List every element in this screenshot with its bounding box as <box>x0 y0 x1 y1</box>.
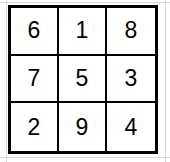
spreadsheet-gridline-horizontal-top <box>0 2 170 3</box>
spreadsheet-gridline-vertical-left <box>6 0 7 162</box>
cell-r1-c0[interactable]: 7 <box>11 56 59 104</box>
cell-r0-c0[interactable]: 6 <box>11 8 59 56</box>
cell-r1-c1[interactable]: 5 <box>59 56 107 104</box>
cell-r0-c1[interactable]: 1 <box>59 8 107 56</box>
spreadsheet-screenshot: 6 1 8 7 5 3 2 9 4 <box>0 0 170 162</box>
spreadsheet-gridline-vertical-right <box>165 0 166 162</box>
magic-square-board: 6 1 8 7 5 3 2 9 4 <box>8 5 158 154</box>
cell-r2-c0[interactable]: 2 <box>11 103 59 151</box>
spreadsheet-gridline-horizontal-bottom <box>0 157 170 158</box>
cell-r1-c2[interactable]: 3 <box>107 56 155 104</box>
cell-r2-c2[interactable]: 4 <box>107 103 155 151</box>
cell-r0-c2[interactable]: 8 <box>107 8 155 56</box>
cell-r2-c1[interactable]: 9 <box>59 103 107 151</box>
